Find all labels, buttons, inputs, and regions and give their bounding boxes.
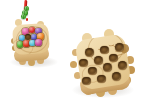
empty-bead-hole bbox=[25, 34, 31, 40]
board-hole bbox=[115, 43, 124, 52]
board-hole bbox=[97, 75, 106, 84]
scene-cat-fishing-toy bbox=[0, 0, 150, 106]
board-hole bbox=[100, 46, 109, 55]
caterpillar-tail-dot bbox=[26, 18, 28, 20]
bead-green[interactable] bbox=[17, 41, 23, 47]
board-hole bbox=[94, 56, 103, 65]
right-board-paw-bump bbox=[70, 61, 77, 68]
bead-magenta[interactable] bbox=[35, 39, 41, 45]
board-hole bbox=[82, 77, 91, 86]
board-hole bbox=[118, 61, 127, 70]
board-hole bbox=[85, 48, 94, 57]
board-hole bbox=[103, 63, 112, 72]
board-hole bbox=[88, 67, 97, 76]
board-hole bbox=[112, 72, 121, 81]
board-hole bbox=[109, 54, 118, 63]
board-hole bbox=[79, 59, 88, 68]
